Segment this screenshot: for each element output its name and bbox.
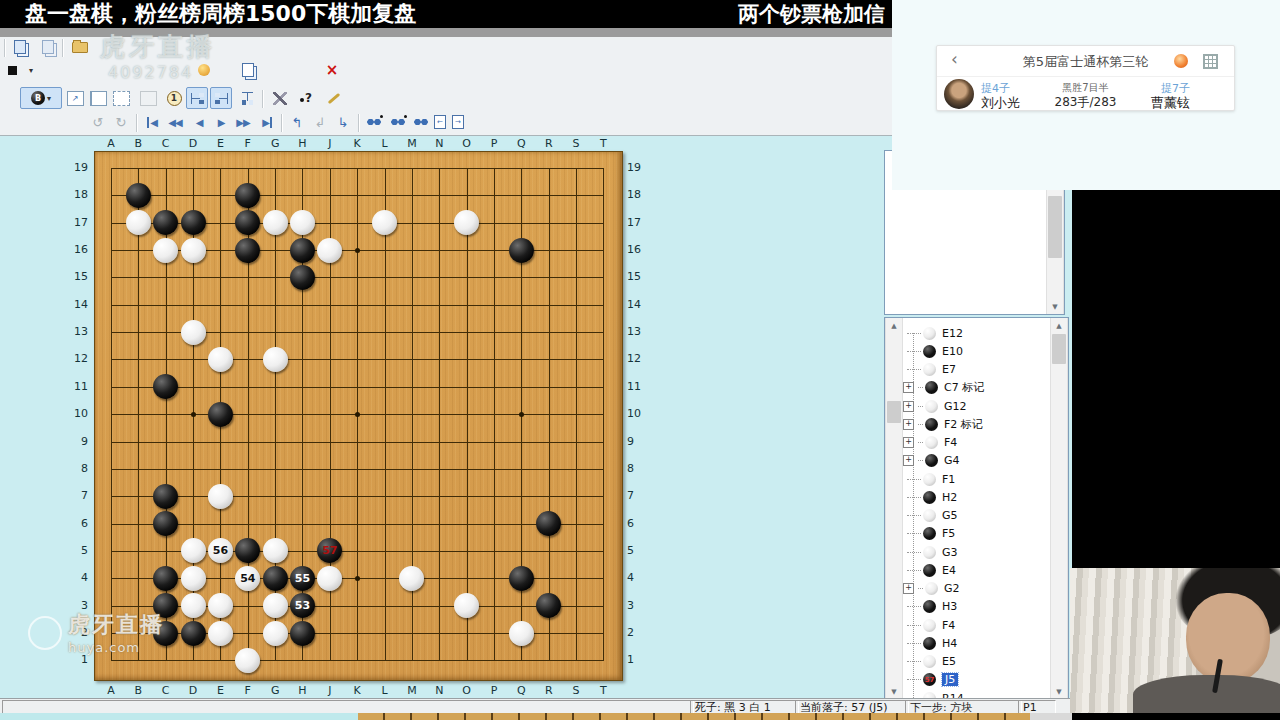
list-view-icon [215,93,228,104]
tree-item-label: G4 [944,454,960,467]
move-tree-panel: ▲ ▼ ▲ ▼ E12E10E7+C7 标记+G12+F2 标记+F4+G4F1… [884,317,1069,700]
stone-E7[interactable] [208,484,233,509]
grid-line [576,168,577,661]
stone-Q16[interactable] [509,238,534,263]
tree-item-label: G12 [944,400,967,413]
black-stone-icon [925,418,938,431]
coord-label-bottom-D: D [184,684,202,697]
coord-label-left-16: 16 [62,243,88,256]
disabled-box-icon [140,91,157,106]
status-next-step: 下一步: 方块 [905,700,1022,714]
find-all-button[interactable] [411,112,431,132]
tree-item-G2[interactable]: +G2 [902,580,1050,598]
game-info-header: ‹ 第5届富士通杯第三轮 [937,46,1234,77]
coord-label-right-10: 10 [627,407,653,420]
stone-E12[interactable] [208,347,233,372]
tree-item-label: H2 [942,491,957,504]
tree-item-label: G3 [942,546,958,559]
binoculars-double-icon [414,118,428,126]
branch-up-button[interactable]: ↰ [287,112,307,132]
branch-up-icon: ↰ [292,115,303,130]
grid-line [111,442,604,443]
coord-label-left-1: 1 [62,653,88,666]
stream-screenshot: ▾ × B ▾ ↗ 1 ? ↺ ↻ [0,0,1280,720]
stone-F4[interactable]: 54 [235,566,260,591]
tree-item-label: C7 标记 [944,380,984,395]
status-page: P1 [1018,700,1056,714]
tree-item-F5[interactable]: F5 [902,525,1050,543]
tree-item-C7[interactable]: +C7 标记 [902,379,1050,397]
coord-label-left-18: 18 [62,188,88,201]
coord-label-bottom-K: K [348,684,366,697]
tree-branch-line [907,661,921,662]
nav-back-button[interactable]: ◀ [189,112,209,132]
coord-label-right-19: 19 [627,161,653,174]
current-move-number: 57 [923,673,936,686]
undo-circle-icon: ↺ [93,115,104,130]
white-stone-icon [923,655,936,668]
find-next-button[interactable] [388,112,408,132]
coord-label-bottom-J: J [321,684,339,697]
delete-button[interactable]: × [322,60,342,80]
paste-icon [242,63,254,77]
copy-button[interactable] [10,37,30,57]
scroll-down-arrow[interactable]: ▼ [1051,684,1067,699]
nav-forward-button[interactable]: ▶ [211,112,231,132]
stone-E2[interactable] [208,621,233,646]
app-logo-icon [1174,54,1188,68]
tree-view-icon [191,93,204,104]
stone-Q4[interactable] [509,566,534,591]
separator [62,39,64,57]
white-stone-icon [923,473,936,486]
coord-label-top-Q: Q [512,137,530,150]
tree-item-E12[interactable]: E12 [902,324,1050,342]
tree-item-E7[interactable]: E7 [902,361,1050,379]
stone-G17[interactable] [263,210,288,235]
coord-label-right-12: 12 [627,352,653,365]
coord-label-right-4: 4 [627,571,653,584]
stone-D3[interactable] [181,593,206,618]
close-icon: × [326,61,339,79]
tree-branch-line [907,351,921,352]
tree-item-G4[interactable]: +G4 [902,452,1050,470]
expand-icon[interactable]: + [903,419,914,430]
black-stone-icon [923,637,936,650]
pen-button[interactable] [324,88,344,108]
white-stone-icon [923,363,936,376]
black-stone-icon: B [31,91,45,105]
black-stone-icon: 57 [923,673,936,686]
coord-label-top-M: M [403,137,421,150]
help-icon: ? [300,91,312,105]
webcam-view [1070,568,1280,713]
black-stone-icon [923,527,936,540]
stone-G12[interactable] [263,347,288,372]
tree-item-J5[interactable]: 57J5 [902,671,1050,689]
black-stone-icon [925,454,938,467]
coord-label-left-12: 12 [62,352,88,365]
coord-label-left-5: 5 [62,544,88,557]
expand-icon[interactable]: + [903,401,914,412]
coord-label-right-3: 3 [627,599,653,612]
coord-label-right-1: 1 [627,653,653,666]
grid-line [467,168,468,661]
tree-item-G5[interactable]: G5 [902,507,1050,525]
stream-banner: 盘一盘棋，粉丝榜周榜1500下棋加复盘 两个钞票枪加信 [0,0,892,28]
move-number: 56 [213,545,228,556]
tree-item-F1[interactable]: F1 [902,470,1050,488]
open-folder-button[interactable] [70,37,90,57]
stone-D13[interactable] [181,320,206,345]
stone-C7[interactable] [153,484,178,509]
stone-D2[interactable] [181,621,206,646]
rotate-back-button[interactable]: ↺ [88,112,108,132]
coord-label-top-E: E [211,137,229,150]
coord-label-right-18: 18 [627,188,653,201]
coord-label-top-O: O [458,137,476,150]
chevron-up-icon: ▲ [891,322,896,330]
coord-label-bottom-F: F [239,684,257,697]
streamer-shirt [1133,675,1280,713]
coord-label-bottom-B: B [129,684,147,697]
black-stone-icon [923,491,936,504]
game-title: 第5届富士通杯第三轮 [937,53,1234,71]
show-move-numbers-button[interactable]: 1 [164,88,184,108]
tree-item-label: F5 [942,527,955,540]
black-square-icon [8,66,17,75]
nav-last-button[interactable]: ▶ [257,112,277,132]
stone-H2[interactable] [290,621,315,646]
scrollbar-thumb[interactable] [1048,196,1062,258]
tree-branch-line [907,606,921,607]
stone-C4[interactable] [153,566,178,591]
tree-branch-line [907,369,921,370]
scroll-up-arrow[interactable]: ▲ [1051,318,1067,333]
branch-right-icon: ↳ [338,115,349,130]
coord-label-bottom-M: M [403,684,421,697]
tree-item-E5[interactable]: E5 [902,653,1050,671]
status-bar: 死子: 黑 3 白 1 当前落子: 57 (J5) 下一步: 方块 P1 [0,698,1072,714]
redo-circle-icon: ↻ [116,115,127,130]
paste-button[interactable] [238,60,258,80]
move-number: 53 [295,600,310,611]
stone-D5[interactable] [181,538,206,563]
number-one-icon: 1 [167,91,182,106]
coord-label-top-F: F [239,137,257,150]
tree-item-label: J5 [942,673,958,686]
tree-scrollbar-right[interactable]: ▲ ▼ [1050,318,1068,699]
stone-D4[interactable] [181,566,206,591]
coord-label-left-8: 8 [62,462,88,475]
tree-item-F4[interactable]: +F4 [902,434,1050,452]
binoculars-dot-icon [391,118,405,126]
move-number: 55 [295,573,310,584]
status-captures: 死子: 黑 3 白 1 [690,700,799,714]
coord-label-right-15: 15 [627,270,653,283]
stone-color-dropdown[interactable]: ▾ [20,60,40,80]
stone-D16[interactable] [181,238,206,263]
pen-icon [328,92,341,103]
stone-E3[interactable] [208,593,233,618]
tree-item-label: F1 [942,473,955,486]
forward-icon: ▶ [218,117,225,128]
coord-label-top-S: S [567,137,585,150]
expand-icon[interactable]: + [903,583,914,594]
list-view-button[interactable] [210,87,232,109]
stone-F18[interactable] [235,183,260,208]
tree-item-E4[interactable]: E4 [902,561,1050,579]
separator [136,114,138,132]
stone-F16[interactable] [235,238,260,263]
tools-button[interactable] [270,88,290,108]
stone-C2[interactable] [153,621,178,646]
back-10-icon: ◀◀ [168,117,181,128]
tree-item-label: F2 标记 [944,417,983,432]
tree-item-label: E5 [942,655,956,668]
coord-label-top-K: K [348,137,366,150]
stone-C16[interactable] [153,238,178,263]
separator [4,39,6,57]
grid-line [603,168,604,661]
separator [358,114,360,132]
coord-label-left-6: 6 [62,517,88,530]
coord-label-right-2: 2 [627,626,653,639]
white-stone-icon [923,546,936,559]
empty-box-button[interactable] [138,88,158,108]
nav-forward10-button[interactable]: ▶▶ [233,112,253,132]
coord-label-right-6: 6 [627,517,653,530]
play-black-button[interactable]: B ▾ [20,87,62,109]
tree-item-label: H3 [942,600,957,613]
hammer-wrench-icon [273,92,287,105]
stone-J16[interactable] [317,238,342,263]
rotate-fwd-button[interactable]: ↻ [111,112,131,132]
tree-item-label: H4 [942,637,957,650]
next-game-button[interactable]: → [448,112,468,132]
white-stone-icon [923,327,936,340]
coord-label-left-13: 13 [62,325,88,338]
stone-B17[interactable] [126,210,151,235]
tree-item-H2[interactable]: H2 [902,488,1050,506]
coord-label-right-7: 7 [627,489,653,502]
dotted-box-button[interactable] [111,88,131,108]
black-stone-icon [925,381,938,394]
chevron-down-icon: ▼ [1052,303,1057,311]
status-current-move: 当前落子: 57 (J5) [795,700,909,714]
white-player-name: 曹薰铉 [1151,94,1190,112]
separator [262,90,264,108]
box-arrow-icon: ↗ [67,91,84,106]
coord-label-bottom-N: N [430,684,448,697]
binoculars-icon [367,118,381,126]
coord-label-top-G: G [266,137,284,150]
tree-branch-line [907,643,921,644]
goto-move-button[interactable]: ↗ [65,88,85,108]
coord-label-left-11: 11 [62,380,88,393]
first-move-icon: ◀ [147,117,157,128]
branch-prev-button[interactable]: ↲ [310,112,330,132]
tree-branch-line [907,679,921,680]
grid-line [385,168,386,661]
coord-label-bottom-R: R [540,684,558,697]
page-left-icon: ← [434,115,446,129]
coord-label-bottom-Q: Q [512,684,530,697]
scroll-down-arrow[interactable]: ▼ [1047,299,1063,314]
white-stone-icon [923,509,936,522]
coord-label-bottom-L: L [376,684,394,697]
coord-label-bottom-E: E [211,684,229,697]
stone-color-button[interactable] [2,60,22,80]
coord-label-top-D: D [184,137,202,150]
coord-label-left-14: 14 [62,298,88,311]
find-button[interactable] [364,112,384,132]
coord-label-top-N: N [430,137,448,150]
branch-left-icon: ↲ [315,115,326,130]
branch-next-button[interactable]: ↳ [333,112,353,132]
status-empty-pane [2,700,694,714]
coord-label-left-17: 17 [62,216,88,229]
coord-label-bottom-H: H [293,684,311,697]
split-view-button[interactable] [88,88,108,108]
tree-item-F4[interactable]: F4 [902,616,1050,634]
coord-label-left-4: 4 [62,571,88,584]
black-stone-icon [923,600,936,613]
grid-line [549,168,550,661]
grid-menu-icon[interactable] [1203,54,1218,69]
stone-H4[interactable]: 55 [290,566,315,591]
stone-G2[interactable] [263,621,288,646]
stone-B18[interactable] [126,183,151,208]
coord-label-bottom-S: S [567,684,585,697]
grid-line [494,168,495,661]
prev-game-button[interactable]: ← [430,112,450,132]
tree-item-H4[interactable]: H4 [902,634,1050,652]
scrollbar-thumb[interactable] [1052,334,1066,364]
pass-button[interactable] [194,60,214,80]
coord-label-top-A: A [102,137,120,150]
white-stone-icon [925,436,938,449]
grid-line [111,660,604,661]
copy-dim-icon [42,40,54,54]
tree-branch-line [907,497,921,498]
grid-line [111,496,604,497]
tree-item-label: F4 [944,436,957,449]
expand-icon[interactable]: + [903,455,914,466]
coord-label-bottom-C: C [157,684,175,697]
coord-label-right-11: 11 [627,380,653,393]
move-tree-items: E12E10E7+C7 标记+G12+F2 标记+F4+G4F1H2G5F5G3… [902,324,1050,700]
copy-special-button[interactable] [38,37,58,57]
tree-item-label: E10 [942,345,963,358]
separator [281,114,283,132]
stone-H15[interactable] [290,265,315,290]
tree-branch-line [907,533,921,534]
org-tree-button[interactable] [237,88,257,108]
folder-icon [72,42,88,53]
nav-back10-button[interactable]: ◀◀ [165,112,185,132]
tree-branch-line [907,333,921,334]
coord-label-top-B: B [129,137,147,150]
copy-icon [14,40,26,54]
coord-label-left-7: 7 [62,489,88,502]
bottom-strip-cyan [0,713,358,720]
stone-D17[interactable] [181,210,206,235]
tree-branch-line [907,479,921,480]
scroll-up-arrow[interactable]: ▲ [886,318,902,333]
white-stone-icon [923,619,936,632]
page-right-icon: → [452,115,464,129]
chevron-up-icon: ▲ [1056,322,1061,330]
expand-icon[interactable]: + [903,382,914,393]
tree-item-G3[interactable]: G3 [902,543,1050,561]
tree-branch-line [907,625,921,626]
hand-icon [198,64,210,76]
coord-label-top-C: C [157,137,175,150]
stone-G5[interactable] [263,538,288,563]
back-icon: ◀ [196,117,203,128]
coord-label-right-16: 16 [627,243,653,256]
coord-label-top-T: T [594,137,612,150]
game-info-card: ‹ 第5届富士通杯第三轮 提4子 刘小光 黑胜7目半 283手/283 提7子 … [936,45,1235,111]
scrollbar-thumb[interactable] [887,401,901,423]
coord-label-left-9: 9 [62,435,88,448]
streamer-face [1186,593,1270,683]
tree-scrollbar-left[interactable]: ▲ ▼ [885,318,903,699]
tree-item-E10[interactable]: E10 [902,342,1050,360]
coord-label-top-L: L [376,137,394,150]
coord-label-bottom-G: G [266,684,284,697]
forward-10-icon: ▶▶ [236,117,249,128]
coord-label-left-2: 2 [62,626,88,639]
stone-E10[interactable] [208,402,233,427]
coord-label-bottom-A: A [102,684,120,697]
coord-label-left-15: 15 [62,270,88,283]
bottom-strip-gray [1030,713,1072,720]
expand-icon[interactable]: + [903,437,914,448]
coord-label-left-10: 10 [62,407,88,420]
tree-item-H3[interactable]: H3 [902,598,1050,616]
tree-item-G12[interactable]: +G12 [902,397,1050,415]
stone-G4[interactable] [263,566,288,591]
coord-label-top-R: R [540,137,558,150]
coord-label-left-3: 3 [62,599,88,612]
stone-G3[interactable] [263,593,288,618]
org-tree-icon [242,92,253,105]
split-pane-icon [90,91,107,106]
nav-first-button[interactable]: ◀ [142,112,162,132]
tree-branch-line [907,552,921,553]
stone-Q2[interactable] [509,621,534,646]
tree-item-F2[interactable]: +F2 标记 [902,415,1050,433]
tree-item-label: G5 [942,509,958,522]
black-stone-icon [923,345,936,358]
window-title-strip [0,28,892,37]
scroll-down-arrow[interactable]: ▼ [886,684,902,699]
coord-label-bottom-T: T [594,684,612,697]
tree-item-label: G2 [944,582,960,595]
stone-H16[interactable] [290,238,315,263]
white-stone-icon [925,400,938,413]
tree-view-button[interactable] [186,87,208,109]
tree-item-label: E12 [942,327,963,340]
chevron-down-icon: ▾ [29,66,33,75]
tree-item-label: F4 [942,619,955,632]
white-stone-icon [925,582,938,595]
move-number: 57 [322,545,337,556]
coord-label-top-P: P [485,137,503,150]
context-help-button[interactable]: ? [296,88,316,108]
